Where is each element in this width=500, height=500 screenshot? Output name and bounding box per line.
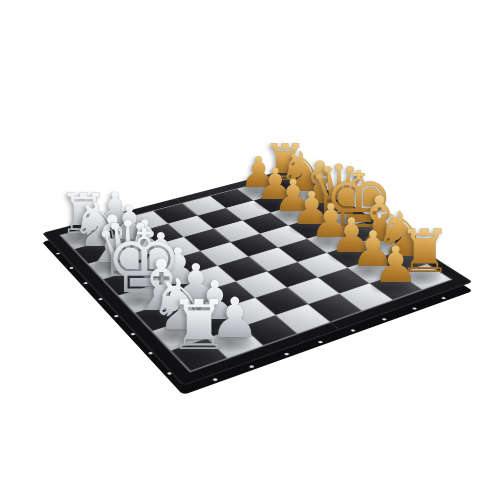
hinge-pin-dot <box>381 318 387 321</box>
hinge-pin-dot <box>284 352 290 355</box>
hinge-pin-dot <box>350 329 356 332</box>
hinge-pin-dot <box>441 297 447 300</box>
piece-silver-rook-h1: ♜ <box>129 292 269 360</box>
hinge-pin-dot <box>412 307 418 310</box>
product-photo-chess-set: ♜♞♝♛♚♝♞♜♟♟♟♟♟♟♟♟♟♟♟♟♟♟♟♟♜♞♝♛♚♝♞♜ <box>0 0 500 500</box>
hinge-pin-dot <box>318 340 324 343</box>
hinge-pin-dot <box>212 378 218 382</box>
hinge-pin-dot <box>249 365 255 368</box>
piece-gold-pawn-h7: ♟ <box>326 240 466 291</box>
